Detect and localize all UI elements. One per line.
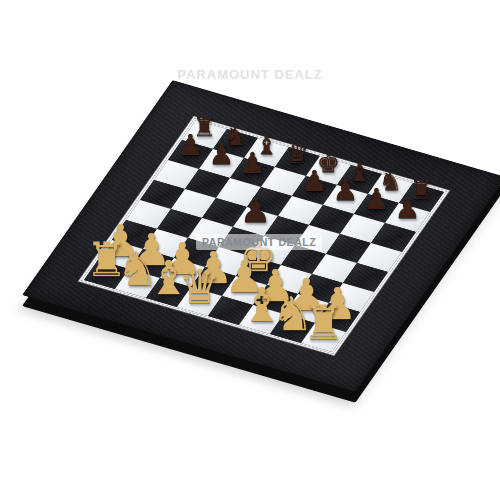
watermark-center-label: PARAMOUNT DEALZ — [202, 236, 316, 248]
watermark-center: PARAMOUNT DEALZ — [196, 234, 322, 250]
chess-set-product-photo: PARAMOUNT DEALZ ♜♞♝♛♚♝♞♜♟♟♟♟♟♟♟♟♚♟♟♟♟♟♟♟… — [0, 0, 500, 500]
watermark-top: PARAMOUNT DEALZ — [177, 67, 322, 82]
